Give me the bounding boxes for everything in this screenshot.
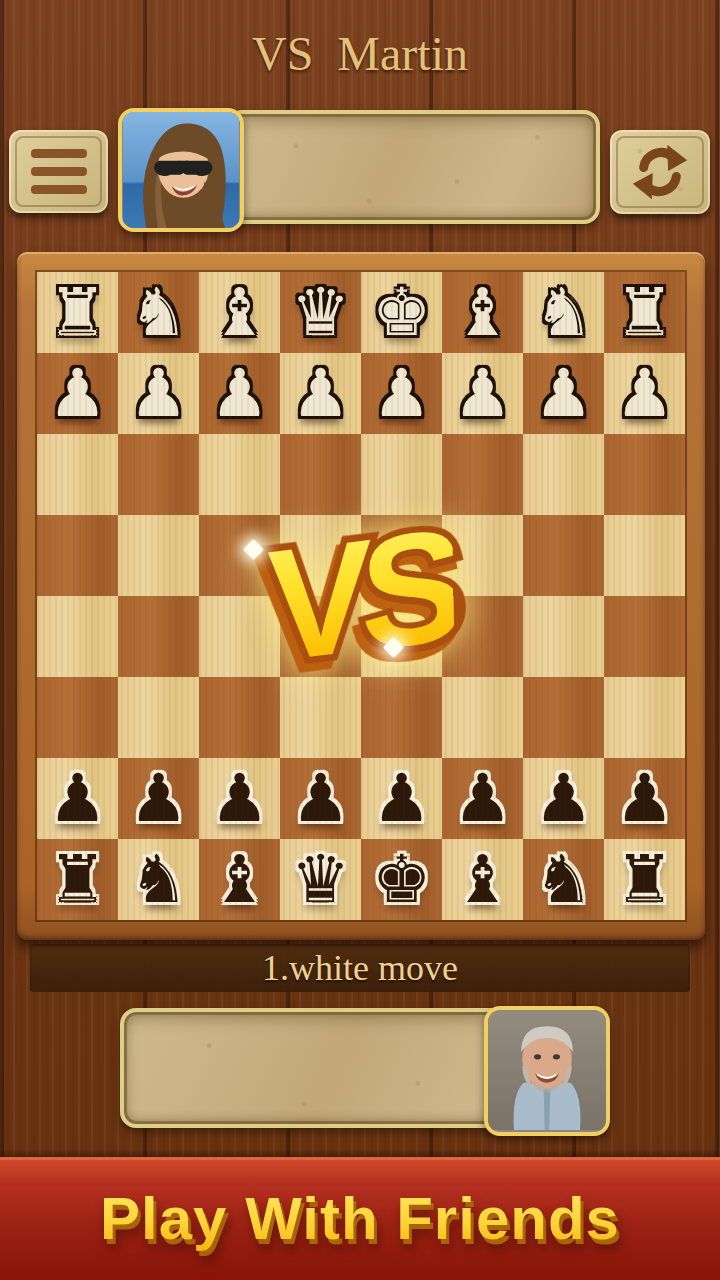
banner-text: Play With Friends <box>100 1184 620 1253</box>
square[interactable]: ♟ <box>361 353 442 434</box>
chess-piece-bR[interactable]: ♜ <box>615 839 674 920</box>
square[interactable] <box>442 515 523 596</box>
square[interactable] <box>361 596 442 677</box>
chess-piece-wQ[interactable]: ♛ <box>291 272 350 353</box>
hamburger-icon <box>31 149 87 194</box>
chess-piece-wB[interactable]: ♝ <box>453 272 512 353</box>
square[interactable] <box>604 677 685 758</box>
square[interactable]: ♟ <box>280 353 361 434</box>
menu-button[interactable] <box>9 130 108 213</box>
square[interactable] <box>523 515 604 596</box>
chess-piece-wR[interactable]: ♜ <box>615 272 674 353</box>
chess-piece-wP[interactable]: ♟ <box>453 353 512 434</box>
square[interactable]: ♜ <box>604 272 685 353</box>
flip-board-button[interactable] <box>610 130 710 214</box>
opponent-avatar[interactable] <box>118 108 244 232</box>
chess-piece-bB[interactable]: ♝ <box>453 839 512 920</box>
square[interactable]: ♛ <box>280 839 361 920</box>
square[interactable] <box>37 434 118 515</box>
square[interactable] <box>442 596 523 677</box>
chess-board[interactable]: ♜♞♝♛♚♝♞♜♟♟♟♟♟♟♟♟♟♟♟♟♟♟♟♟♜♞♝♛♚♝♞♜ <box>37 272 685 920</box>
chess-piece-wP[interactable]: ♟ <box>291 353 350 434</box>
square[interactable]: ♞ <box>523 839 604 920</box>
square[interactable]: ♟ <box>604 353 685 434</box>
page-title: VS Martin <box>0 26 720 81</box>
square[interactable] <box>604 596 685 677</box>
square[interactable]: ♟ <box>118 758 199 839</box>
chess-piece-bN[interactable]: ♞ <box>129 839 188 920</box>
square[interactable] <box>604 434 685 515</box>
square[interactable] <box>199 434 280 515</box>
chess-piece-bB[interactable]: ♝ <box>210 839 269 920</box>
square[interactable] <box>199 596 280 677</box>
square[interactable] <box>523 596 604 677</box>
woman-with-sunglasses-photo <box>122 112 240 228</box>
square[interactable]: ♟ <box>442 353 523 434</box>
chess-piece-bP[interactable]: ♟ <box>372 758 431 839</box>
chess-piece-wB[interactable]: ♝ <box>210 272 269 353</box>
chess-piece-bN[interactable]: ♞ <box>534 839 593 920</box>
square[interactable]: ♟ <box>604 758 685 839</box>
square[interactable] <box>118 515 199 596</box>
square[interactable]: ♝ <box>199 272 280 353</box>
chess-piece-bQ[interactable]: ♛ <box>291 839 350 920</box>
chess-piece-wP[interactable]: ♟ <box>129 353 188 434</box>
square[interactable]: ♞ <box>118 272 199 353</box>
move-status-bar: 1.white move <box>30 944 690 992</box>
rotate-icon <box>631 143 689 201</box>
play-with-friends-banner[interactable]: Play With Friends <box>0 1157 720 1280</box>
chess-piece-wP[interactable]: ♟ <box>372 353 431 434</box>
chess-piece-bR[interactable]: ♜ <box>48 839 107 920</box>
chess-piece-bP[interactable]: ♟ <box>615 758 674 839</box>
chess-piece-bP[interactable]: ♟ <box>291 758 350 839</box>
chess-piece-wK[interactable]: ♚ <box>372 272 431 353</box>
square[interactable]: ♟ <box>37 353 118 434</box>
chess-piece-wP[interactable]: ♟ <box>48 353 107 434</box>
square[interactable] <box>199 677 280 758</box>
chess-piece-bP[interactable]: ♟ <box>129 758 188 839</box>
square[interactable] <box>280 596 361 677</box>
square[interactable]: ♜ <box>37 272 118 353</box>
move-status-text: 1.white move <box>262 947 458 989</box>
player-avatar[interactable] <box>484 1006 610 1136</box>
chess-piece-bP[interactable]: ♟ <box>48 758 107 839</box>
square[interactable]: ♚ <box>361 272 442 353</box>
chess-piece-bP[interactable]: ♟ <box>210 758 269 839</box>
square[interactable]: ♟ <box>199 353 280 434</box>
square[interactable]: ♝ <box>442 839 523 920</box>
square[interactable]: ♟ <box>118 353 199 434</box>
chess-piece-bK[interactable]: ♚ <box>372 839 431 920</box>
app-screen: VS Martin <box>0 0 720 1280</box>
square[interactable]: ♟ <box>361 758 442 839</box>
square[interactable] <box>442 677 523 758</box>
square[interactable] <box>280 515 361 596</box>
square[interactable]: ♝ <box>442 272 523 353</box>
square[interactable]: ♟ <box>37 758 118 839</box>
chess-piece-wN[interactable]: ♞ <box>534 272 593 353</box>
square[interactable] <box>118 434 199 515</box>
square[interactable] <box>37 677 118 758</box>
chess-piece-wN[interactable]: ♞ <box>129 272 188 353</box>
square[interactable] <box>118 596 199 677</box>
square[interactable] <box>361 515 442 596</box>
square[interactable]: ♞ <box>118 839 199 920</box>
chess-piece-bP[interactable]: ♟ <box>534 758 593 839</box>
square[interactable]: ♜ <box>37 839 118 920</box>
opponent-name-bar <box>226 110 600 224</box>
older-man-photo <box>488 1010 606 1132</box>
square[interactable] <box>604 515 685 596</box>
square[interactable]: ♟ <box>523 353 604 434</box>
square[interactable]: ♜ <box>604 839 685 920</box>
square[interactable] <box>361 434 442 515</box>
square[interactable] <box>37 515 118 596</box>
square[interactable] <box>280 434 361 515</box>
square[interactable]: ♚ <box>361 839 442 920</box>
square[interactable]: ♟ <box>523 758 604 839</box>
chess-piece-bP[interactable]: ♟ <box>453 758 512 839</box>
square[interactable] <box>361 677 442 758</box>
chess-piece-wP[interactable]: ♟ <box>615 353 674 434</box>
square[interactable]: ♞ <box>523 272 604 353</box>
square[interactable] <box>118 677 199 758</box>
square[interactable] <box>523 434 604 515</box>
chess-board-frame: ♜♞♝♛♚♝♞♜♟♟♟♟♟♟♟♟♟♟♟♟♟♟♟♟♜♞♝♛♚♝♞♜ <box>17 252 705 940</box>
square[interactable]: ♟ <box>442 758 523 839</box>
square[interactable] <box>37 596 118 677</box>
square[interactable]: ♝ <box>199 839 280 920</box>
square[interactable]: ♟ <box>199 758 280 839</box>
square[interactable] <box>280 677 361 758</box>
square[interactable] <box>523 677 604 758</box>
chess-piece-wP[interactable]: ♟ <box>210 353 269 434</box>
square[interactable]: ♛ <box>280 272 361 353</box>
square[interactable] <box>199 515 280 596</box>
square[interactable] <box>442 434 523 515</box>
chess-piece-wP[interactable]: ♟ <box>534 353 593 434</box>
chess-piece-wR[interactable]: ♜ <box>48 272 107 353</box>
square[interactable]: ♟ <box>280 758 361 839</box>
